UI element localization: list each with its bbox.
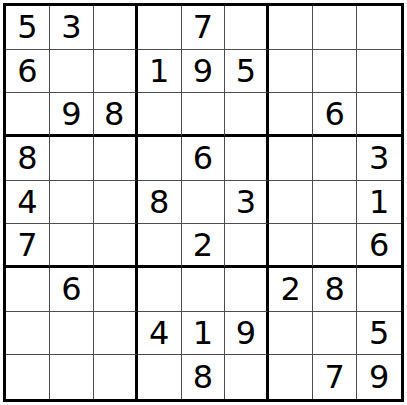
cell-r8c2-empty[interactable] [50, 312, 94, 356]
cell-r7c7-given: 2 [269, 268, 313, 312]
cell-r9c1-empty[interactable] [6, 355, 50, 399]
cell-r2c2-empty[interactable] [50, 50, 94, 94]
cell-r7c6-empty[interactable] [225, 268, 269, 312]
sudoku-diagram: 537619598686348317266284195879 [0, 0, 407, 405]
cell-r1c2-given: 3 [50, 6, 94, 50]
cell-r4c5-given: 6 [182, 137, 226, 181]
cell-r3c7-empty[interactable] [269, 93, 313, 137]
cell-r4c6-empty[interactable] [225, 137, 269, 181]
cell-r3c5-empty[interactable] [182, 93, 226, 137]
cell-r3c9-empty[interactable] [357, 93, 401, 137]
cell-r2c8-empty[interactable] [313, 50, 357, 94]
cell-r7c3-empty[interactable] [94, 268, 138, 312]
cell-r6c4-empty[interactable] [138, 224, 182, 268]
cell-r5c7-empty[interactable] [269, 181, 313, 225]
cell-r4c9-given: 3 [357, 137, 401, 181]
cell-r5c1-given: 4 [6, 181, 50, 225]
cell-r1c6-empty[interactable] [225, 6, 269, 50]
cell-r5c9-given: 1 [357, 181, 401, 225]
cell-r1c8-empty[interactable] [313, 6, 357, 50]
cell-r5c4-given: 8 [138, 181, 182, 225]
cell-r4c7-empty[interactable] [269, 137, 313, 181]
cell-r8c3-empty[interactable] [94, 312, 138, 356]
cell-r1c9-empty[interactable] [357, 6, 401, 50]
cell-r8c5-given: 1 [182, 312, 226, 356]
cell-r9c6-empty[interactable] [225, 355, 269, 399]
cell-r3c4-empty[interactable] [138, 93, 182, 137]
cell-r3c8-given: 6 [313, 93, 357, 137]
cell-r9c3-empty[interactable] [94, 355, 138, 399]
cell-r9c2-empty[interactable] [50, 355, 94, 399]
cell-r8c4-given: 4 [138, 312, 182, 356]
cell-r5c8-empty[interactable] [313, 181, 357, 225]
cell-r2c4-given: 1 [138, 50, 182, 94]
cell-r6c7-empty[interactable] [269, 224, 313, 268]
cell-r2c9-empty[interactable] [357, 50, 401, 94]
cell-r6c1-given: 7 [6, 224, 50, 268]
cell-r4c8-empty[interactable] [313, 137, 357, 181]
cell-r6c8-empty[interactable] [313, 224, 357, 268]
cell-r7c8-given: 8 [313, 268, 357, 312]
cell-r8c9-given: 5 [357, 312, 401, 356]
cell-r6c5-given: 2 [182, 224, 226, 268]
cell-r5c3-empty[interactable] [94, 181, 138, 225]
cell-r2c6-given: 5 [225, 50, 269, 94]
cell-r4c3-empty[interactable] [94, 137, 138, 181]
cell-r5c2-empty[interactable] [50, 181, 94, 225]
cell-r1c5-given: 7 [182, 6, 226, 50]
cell-r8c6-given: 9 [225, 312, 269, 356]
cell-r2c5-given: 9 [182, 50, 226, 94]
cell-r4c2-empty[interactable] [50, 137, 94, 181]
cell-r9c5-given: 8 [182, 355, 226, 399]
cell-r6c2-empty[interactable] [50, 224, 94, 268]
cell-r6c3-empty[interactable] [94, 224, 138, 268]
cell-r3c1-empty[interactable] [6, 93, 50, 137]
cell-r6c9-given: 6 [357, 224, 401, 268]
cell-r8c7-empty[interactable] [269, 312, 313, 356]
cell-r3c2-given: 9 [50, 93, 94, 137]
cell-r7c4-empty[interactable] [138, 268, 182, 312]
cell-r9c4-empty[interactable] [138, 355, 182, 399]
cell-r5c6-given: 3 [225, 181, 269, 225]
cell-r9c9-given: 9 [357, 355, 401, 399]
cell-r8c8-empty[interactable] [313, 312, 357, 356]
cell-r3c3-given: 8 [94, 93, 138, 137]
cell-r3c6-empty[interactable] [225, 93, 269, 137]
cell-r7c2-given: 6 [50, 268, 94, 312]
cell-r1c1-given: 5 [6, 6, 50, 50]
cell-r1c4-empty[interactable] [138, 6, 182, 50]
cell-r4c1-given: 8 [6, 137, 50, 181]
cell-r5c5-empty[interactable] [182, 181, 226, 225]
cell-r9c8-given: 7 [313, 355, 357, 399]
cell-r7c5-empty[interactable] [182, 268, 226, 312]
sudoku-board: 537619598686348317266284195879 [3, 3, 404, 402]
cell-r4c4-empty[interactable] [138, 137, 182, 181]
cell-r2c1-given: 6 [6, 50, 50, 94]
cell-r2c7-empty[interactable] [269, 50, 313, 94]
cell-r9c7-empty[interactable] [269, 355, 313, 399]
cell-r7c1-empty[interactable] [6, 268, 50, 312]
cell-r2c3-empty[interactable] [94, 50, 138, 94]
cell-r6c6-empty[interactable] [225, 224, 269, 268]
cell-r8c1-empty[interactable] [6, 312, 50, 356]
cell-r7c9-empty[interactable] [357, 268, 401, 312]
cell-r1c7-empty[interactable] [269, 6, 313, 50]
cell-r1c3-empty[interactable] [94, 6, 138, 50]
